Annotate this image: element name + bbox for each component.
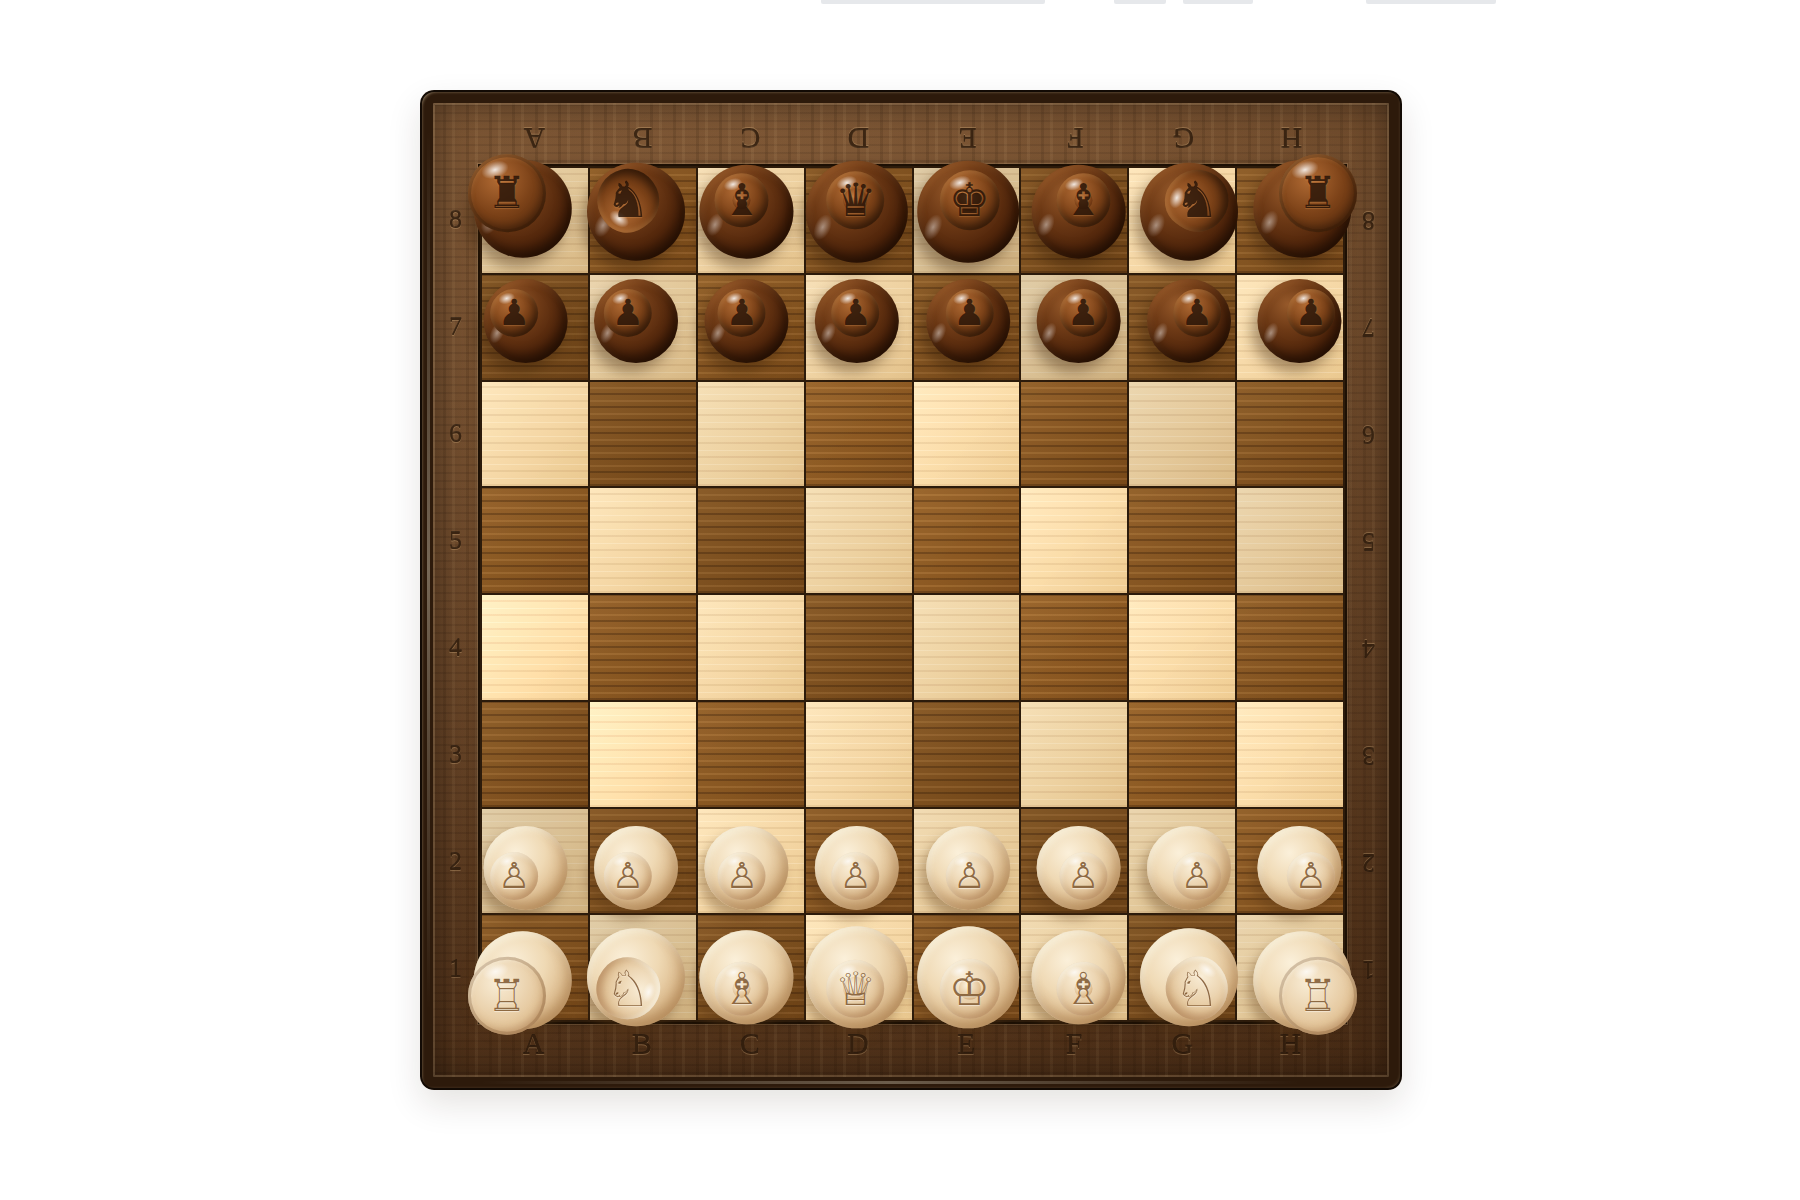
piece-top [468,154,546,232]
file-label-top-g: G [1171,121,1194,155]
photo-edge-artifact [1183,0,1253,4]
piece-top [1279,154,1357,232]
photo-edge-artifact [821,0,1045,4]
square-e4[interactable] [914,595,1020,700]
square-g4[interactable] [1129,595,1235,700]
rank-label-right-2: 2 [1361,847,1375,877]
square-e3[interactable] [914,702,1020,807]
rank-label-left-1: 1 [449,954,463,984]
piece-top [718,288,766,336]
piece-top [832,852,880,900]
square-d4[interactable] [806,595,912,700]
square-a4[interactable] [482,595,588,700]
square-f4[interactable] [1021,595,1127,700]
piece-top [604,852,652,900]
rank-label-right-5: 5 [1361,526,1375,556]
piece-finial [733,979,751,997]
square-b5[interactable] [590,488,696,593]
square-h5[interactable] [1237,488,1343,593]
rank-label-left-7: 7 [449,312,463,342]
rank-label-left-6: 6 [449,419,463,449]
file-label-top-a: A [523,121,546,155]
photo-canvas: ♜♞♝♛♚♝♞♜♟♟♟♟♟♟♟♟♙♙♙♙♙♙♙♙♖♘♗♕♔♗♘♖ AA88BB7… [0,0,1800,1200]
rank-label-right-8: 8 [1361,205,1375,235]
square-e6[interactable] [914,382,1020,487]
piece-top [1173,288,1221,336]
piece-top [832,288,880,336]
square-g3[interactable] [1129,702,1235,807]
piece-finial [733,191,751,209]
piece-top [1173,852,1221,900]
file-label-bottom-d: D [847,1027,870,1061]
square-c5[interactable] [698,488,804,593]
square-h3[interactable] [1237,702,1343,807]
square-d6[interactable] [806,382,912,487]
rank-label-left-8: 8 [449,205,463,235]
piece-top [490,852,538,900]
piece-top [490,288,538,336]
piece-finial [958,189,980,211]
square-f3[interactable] [1021,702,1127,807]
piece-top [604,288,652,336]
piece-finial [958,977,980,999]
rank-label-right-1: 1 [1361,954,1375,984]
file-label-bottom-e: E [957,1027,976,1061]
file-label-top-c: C [740,121,761,155]
rank-label-right-6: 6 [1361,419,1375,449]
file-label-bottom-a: A [523,1027,546,1061]
square-a6[interactable] [482,382,588,487]
square-g6[interactable] [1129,382,1235,487]
file-label-bottom-f: F [1066,1027,1084,1061]
square-b4[interactable] [590,595,696,700]
square-h6[interactable] [1237,382,1343,487]
frame-gloss-highlight [480,1081,1300,1084]
file-label-top-d: D [847,121,870,155]
frame-gloss-highlight [427,130,430,1010]
piece-finial [844,976,868,1000]
chess-board: ♜♞♝♛♚♝♞♜♟♟♟♟♟♟♟♟♙♙♙♙♙♙♙♙♖♘♗♕♔♗♘♖ AA88BB7… [420,90,1402,1090]
square-d5[interactable] [806,488,912,593]
file-label-top-e: E [957,121,976,155]
piece-top [1287,852,1335,900]
square-h4[interactable] [1237,595,1343,700]
photo-edge-artifact [1366,0,1496,4]
piece-top [1279,956,1357,1034]
rank-label-left-2: 2 [449,847,463,877]
photo-edge-artifact [1114,0,1166,4]
piece-top [1059,288,1107,336]
file-label-bottom-h: H [1280,1027,1303,1061]
square-d3[interactable] [806,702,912,807]
square-c6[interactable] [698,382,804,487]
square-c4[interactable] [698,595,804,700]
square-c3[interactable] [698,702,804,807]
file-label-bottom-b: B [632,1027,653,1061]
file-label-top-h: H [1280,121,1303,155]
piece-top [945,852,993,900]
piece-top [945,288,993,336]
rank-label-right-3: 3 [1361,740,1375,770]
rank-label-left-5: 5 [449,526,463,556]
file-label-top-b: B [632,121,653,155]
piece-finial [1074,979,1092,997]
square-f5[interactable] [1021,488,1127,593]
square-b6[interactable] [590,382,696,487]
piece-top [1287,288,1335,336]
square-a5[interactable] [482,488,588,593]
square-e5[interactable] [914,488,1020,593]
piece-top [718,852,766,900]
file-label-top-f: F [1066,121,1084,155]
square-g5[interactable] [1129,488,1235,593]
square-b3[interactable] [590,702,696,807]
rank-label-left-3: 3 [449,740,463,770]
file-label-bottom-g: G [1171,1027,1194,1061]
rank-label-right-7: 7 [1361,312,1375,342]
piece-finial [1074,191,1092,209]
piece-top [468,956,546,1034]
square-f6[interactable] [1021,382,1127,487]
piece-top [1059,852,1107,900]
rank-label-right-4: 4 [1361,633,1375,663]
rank-label-left-4: 4 [449,633,463,663]
piece-finial [844,188,868,212]
file-label-bottom-c: C [740,1027,761,1061]
square-a3[interactable] [482,702,588,807]
